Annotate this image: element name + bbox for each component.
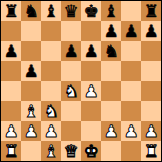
piece-black-pawn: ♟ xyxy=(23,61,38,81)
piece-white-pawn: ♟ xyxy=(123,121,138,141)
square-h2[interactable]: ♟ xyxy=(141,121,161,141)
square-d3[interactable] xyxy=(61,101,81,121)
piece-white-pawn: ♟ xyxy=(103,121,118,141)
square-f5[interactable] xyxy=(101,61,121,81)
piece-black-pawn: ♟ xyxy=(103,21,118,41)
square-a4[interactable] xyxy=(1,81,21,101)
square-b2[interactable]: ♟ xyxy=(21,121,41,141)
square-d8[interactable]: ♛ xyxy=(61,1,81,21)
piece-black-pawn: ♟ xyxy=(143,21,158,41)
piece-white-knight: ♞ xyxy=(43,101,58,121)
square-f7[interactable]: ♟ xyxy=(101,21,121,41)
square-e7[interactable] xyxy=(81,21,101,41)
piece-white-pawn: ♟ xyxy=(43,121,58,141)
square-b7[interactable] xyxy=(21,21,41,41)
square-g6[interactable] xyxy=(121,41,141,61)
square-h7[interactable]: ♟ xyxy=(141,21,161,41)
square-e6[interactable]: ♟ xyxy=(81,41,101,61)
square-c1[interactable]: ♝ xyxy=(41,141,61,161)
square-e2[interactable] xyxy=(81,121,101,141)
square-h4[interactable] xyxy=(141,81,161,101)
square-f1[interactable] xyxy=(101,141,121,161)
square-e3[interactable] xyxy=(81,101,101,121)
square-f6[interactable]: ♞ xyxy=(101,41,121,61)
piece-white-pawn: ♟ xyxy=(3,121,18,141)
piece-white-rook: ♜ xyxy=(3,141,18,161)
square-e1[interactable]: ♚ xyxy=(81,141,101,161)
square-c6[interactable] xyxy=(41,41,61,61)
square-e5[interactable] xyxy=(81,61,101,81)
square-h6[interactable] xyxy=(141,41,161,61)
square-a1[interactable]: ♜ xyxy=(1,141,21,161)
square-a3[interactable] xyxy=(1,101,21,121)
square-b6[interactable] xyxy=(21,41,41,61)
square-h5[interactable] xyxy=(141,61,161,81)
square-c4[interactable] xyxy=(41,81,61,101)
square-g1[interactable] xyxy=(121,141,141,161)
square-a6[interactable]: ♟ xyxy=(1,41,21,61)
square-c3[interactable]: ♞ xyxy=(41,101,61,121)
square-a5[interactable] xyxy=(1,61,21,81)
piece-black-knight: ♞ xyxy=(23,1,38,21)
square-f8[interactable]: ♝ xyxy=(101,1,121,21)
piece-black-pawn: ♟ xyxy=(83,41,98,61)
piece-black-king: ♚ xyxy=(83,1,98,21)
square-c8[interactable]: ♝ xyxy=(41,1,61,21)
piece-white-pawn: ♟ xyxy=(143,121,158,141)
piece-black-bishop: ♝ xyxy=(103,1,118,21)
square-b4[interactable] xyxy=(21,81,41,101)
square-e8[interactable]: ♚ xyxy=(81,1,101,21)
piece-white-knight: ♞ xyxy=(63,81,78,101)
square-d4[interactable]: ♞ xyxy=(61,81,81,101)
piece-white-bishop: ♝ xyxy=(43,141,58,161)
piece-black-pawn: ♟ xyxy=(63,41,78,61)
piece-black-rook: ♜ xyxy=(3,1,18,21)
piece-black-queen: ♛ xyxy=(63,1,78,21)
square-b1[interactable] xyxy=(21,141,41,161)
piece-black-knight: ♞ xyxy=(103,41,118,61)
square-h8[interactable]: ♜ xyxy=(141,1,161,21)
piece-white-pawn: ♟ xyxy=(83,81,98,101)
square-e4[interactable]: ♟ xyxy=(81,81,101,101)
square-g2[interactable]: ♟ xyxy=(121,121,141,141)
square-g8[interactable] xyxy=(121,1,141,21)
square-c5[interactable] xyxy=(41,61,61,81)
piece-white-bishop: ♝ xyxy=(23,101,38,121)
square-b8[interactable]: ♞ xyxy=(21,1,41,21)
square-f2[interactable]: ♟ xyxy=(101,121,121,141)
square-h1[interactable]: ♜ xyxy=(141,141,161,161)
piece-black-pawn: ♟ xyxy=(123,21,138,41)
square-g3[interactable] xyxy=(121,101,141,121)
square-b5[interactable]: ♟ xyxy=(21,61,41,81)
square-d5[interactable] xyxy=(61,61,81,81)
square-g7[interactable]: ♟ xyxy=(121,21,141,41)
square-a8[interactable]: ♜ xyxy=(1,1,21,21)
square-f4[interactable] xyxy=(101,81,121,101)
square-a2[interactable]: ♟ xyxy=(1,121,21,141)
square-c7[interactable] xyxy=(41,21,61,41)
square-g5[interactable] xyxy=(121,61,141,81)
chess-board-frame: ♜♞♝♛♚♝♜♟♟♟♟♟♟♞♟♞♟♝♞♟♟♟♟♟♟♜♝♛♚♜ xyxy=(0,0,162,162)
square-b3[interactable]: ♝ xyxy=(21,101,41,121)
piece-black-pawn: ♟ xyxy=(3,41,18,61)
chess-board: ♜♞♝♛♚♝♜♟♟♟♟♟♟♞♟♞♟♝♞♟♟♟♟♟♟♜♝♛♚♜ xyxy=(1,1,161,161)
square-d7[interactable] xyxy=(61,21,81,41)
square-f3[interactable] xyxy=(101,101,121,121)
piece-black-rook: ♜ xyxy=(143,1,158,21)
piece-white-pawn: ♟ xyxy=(23,121,38,141)
piece-black-bishop: ♝ xyxy=(43,1,58,21)
piece-white-king: ♚ xyxy=(83,141,98,161)
piece-white-rook: ♜ xyxy=(143,141,158,161)
square-d2[interactable] xyxy=(61,121,81,141)
square-a7[interactable] xyxy=(1,21,21,41)
square-g4[interactable] xyxy=(121,81,141,101)
piece-white-queen: ♛ xyxy=(63,141,78,161)
square-c2[interactable]: ♟ xyxy=(41,121,61,141)
square-d1[interactable]: ♛ xyxy=(61,141,81,161)
square-h3[interactable] xyxy=(141,101,161,121)
square-d6[interactable]: ♟ xyxy=(61,41,81,61)
